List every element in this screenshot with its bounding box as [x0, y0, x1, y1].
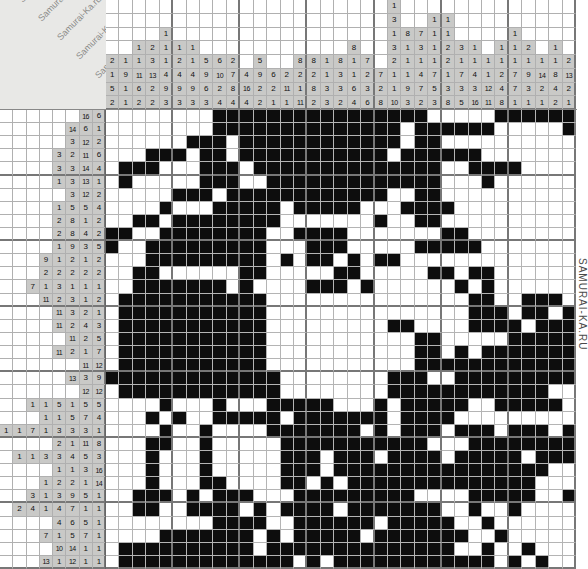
- grid-cell-r16-c18[interactable]: [334, 307, 347, 320]
- grid-cell-r17-c29[interactable]: [482, 320, 495, 333]
- grid-cell-r34-c17[interactable]: [321, 543, 334, 556]
- grid-cell-r20-c25[interactable]: [428, 359, 441, 372]
- grid-cell-r21-c21[interactable]: [375, 372, 388, 385]
- grid-cell-r34-c9[interactable]: [213, 543, 226, 556]
- grid-cell-r25-c30[interactable]: [495, 425, 508, 438]
- grid-cell-r10-c6[interactable]: [173, 228, 186, 241]
- grid-cell-r31-c1[interactable]: [106, 503, 119, 516]
- grid-cell-r15-c22[interactable]: [388, 294, 401, 307]
- grid-cell-r23-c35[interactable]: [563, 399, 576, 412]
- grid-cell-r3-c18[interactable]: [334, 136, 347, 149]
- grid-cell-r14-c1[interactable]: [106, 280, 119, 293]
- grid-cell-r33-c30[interactable]: [495, 530, 508, 543]
- grid-cell-r7-c21[interactable]: [375, 189, 388, 202]
- grid-cell-r28-c28[interactable]: [469, 464, 482, 477]
- grid-cell-r2-c20[interactable]: [361, 123, 374, 136]
- grid-cell-r17-c11[interactable]: [240, 320, 253, 333]
- grid-cell-r22-c13[interactable]: [267, 385, 280, 398]
- grid-cell-r16-c10[interactable]: [227, 307, 240, 320]
- grid-cell-r12-c23[interactable]: [401, 254, 414, 267]
- grid-cell-r31-c9[interactable]: [213, 503, 226, 516]
- grid-cell-r10-c8[interactable]: [200, 228, 213, 241]
- grid-cell-r31-c19[interactable]: [348, 503, 361, 516]
- grid-cell-r13-c1[interactable]: [106, 267, 119, 280]
- grid-cell-r34-c19[interactable]: [348, 543, 361, 556]
- grid-cell-r16-c33[interactable]: [536, 307, 549, 320]
- grid-cell-r12-c19[interactable]: [348, 254, 361, 267]
- grid-cell-r27-c33[interactable]: [536, 451, 549, 464]
- grid-cell-r10-c16[interactable]: [307, 228, 320, 241]
- grid-cell-r4-c31[interactable]: [509, 149, 522, 162]
- grid-cell-r9-c7[interactable]: [187, 215, 200, 228]
- grid-cell-r25-c20[interactable]: [361, 425, 374, 438]
- grid-cell-r24-c3[interactable]: [133, 412, 146, 425]
- grid-cell-r29-c24[interactable]: [415, 477, 428, 490]
- grid-cell-r6-c35[interactable]: [563, 176, 576, 189]
- grid-cell-r5-c18[interactable]: [334, 162, 347, 175]
- grid-cell-r25-c1[interactable]: [106, 425, 119, 438]
- grid-cell-r14-c14[interactable]: [281, 280, 294, 293]
- grid-cell-r21-c33[interactable]: [536, 372, 549, 385]
- grid-cell-r16-c17[interactable]: [321, 307, 334, 320]
- grid-cell-r15-c19[interactable]: [348, 294, 361, 307]
- grid-cell-r13-c14[interactable]: [281, 267, 294, 280]
- grid-cell-r4-c27[interactable]: [455, 149, 468, 162]
- grid-cell-r15-c18[interactable]: [334, 294, 347, 307]
- grid-cell-r33-c17[interactable]: [321, 530, 334, 543]
- grid-cell-r19-c28[interactable]: [469, 346, 482, 359]
- grid-cell-r35-c35[interactable]: [563, 556, 576, 569]
- grid-cell-r24-c32[interactable]: [522, 412, 535, 425]
- grid-cell-r26-c23[interactable]: [401, 438, 414, 451]
- grid-cell-r33-c20[interactable]: [361, 530, 374, 543]
- grid-cell-r10-c32[interactable]: [522, 228, 535, 241]
- grid-cell-r35-c31[interactable]: [509, 556, 522, 569]
- grid-cell-r17-c21[interactable]: [375, 320, 388, 333]
- grid-cell-r9-c18[interactable]: [334, 215, 347, 228]
- grid-cell-r23-c9[interactable]: [213, 399, 226, 412]
- grid-cell-r30-c28[interactable]: [469, 490, 482, 503]
- grid-cell-r31-c10[interactable]: [227, 503, 240, 516]
- grid-cell-r35-c4[interactable]: [146, 556, 159, 569]
- grid-cell-r17-c6[interactable]: [173, 320, 186, 333]
- grid-cell-r6-c7[interactable]: [187, 176, 200, 189]
- grid-cell-r2-c29[interactable]: [482, 123, 495, 136]
- grid-cell-r1-c18[interactable]: [334, 110, 347, 123]
- grid-cell-r5-c12[interactable]: [254, 162, 267, 175]
- grid-cell-r7-c20[interactable]: [361, 189, 374, 202]
- grid-cell-r17-c10[interactable]: [227, 320, 240, 333]
- grid-cell-r33-c18[interactable]: [334, 530, 347, 543]
- grid-cell-r30-c20[interactable]: [361, 490, 374, 503]
- grid-cell-r9-c15[interactable]: [294, 215, 307, 228]
- grid-cell-r34-c4[interactable]: [146, 543, 159, 556]
- grid-cell-r12-c15[interactable]: [294, 254, 307, 267]
- grid-cell-r20-c13[interactable]: [267, 359, 280, 372]
- grid-cell-r10-c30[interactable]: [495, 228, 508, 241]
- grid-cell-r34-c20[interactable]: [361, 543, 374, 556]
- grid-cell-r30-c7[interactable]: [187, 490, 200, 503]
- grid-cell-r22-c19[interactable]: [348, 385, 361, 398]
- grid-cell-r12-c28[interactable]: [469, 254, 482, 267]
- grid-cell-r31-c5[interactable]: [160, 503, 173, 516]
- grid-cell-r2-c12[interactable]: [254, 123, 267, 136]
- grid-cell-r35-c15[interactable]: [294, 556, 307, 569]
- grid-cell-r8-c31[interactable]: [509, 202, 522, 215]
- grid-cell-r31-c31[interactable]: [509, 503, 522, 516]
- grid-cell-r4-c35[interactable]: [563, 149, 576, 162]
- grid-cell-r3-c23[interactable]: [401, 136, 414, 149]
- grid-cell-r1-c31[interactable]: [509, 110, 522, 123]
- grid-cell-r18-c23[interactable]: [401, 333, 414, 346]
- grid-cell-r7-c23[interactable]: [401, 189, 414, 202]
- grid-cell-r24-c10[interactable]: [227, 412, 240, 425]
- grid-cell-r13-c22[interactable]: [388, 267, 401, 280]
- grid-cell-r25-c32[interactable]: [522, 425, 535, 438]
- grid-cell-r22-c3[interactable]: [133, 385, 146, 398]
- grid-cell-r4-c20[interactable]: [361, 149, 374, 162]
- grid-cell-r9-c3[interactable]: [133, 215, 146, 228]
- grid-cell-r34-c8[interactable]: [200, 543, 213, 556]
- grid-cell-r3-c5[interactable]: [160, 136, 173, 149]
- grid-cell-r21-c19[interactable]: [348, 372, 361, 385]
- grid-cell-r25-c4[interactable]: [146, 425, 159, 438]
- grid-cell-r16-c8[interactable]: [200, 307, 213, 320]
- grid-cell-r27-c26[interactable]: [442, 451, 455, 464]
- grid-cell-r26-c6[interactable]: [173, 438, 186, 451]
- grid-cell-r12-c9[interactable]: [213, 254, 226, 267]
- grid-cell-r16-c34[interactable]: [549, 307, 562, 320]
- grid-cell-r28-c16[interactable]: [307, 464, 320, 477]
- grid-cell-r22-c6[interactable]: [173, 385, 186, 398]
- grid-cell-r27-c17[interactable]: [321, 451, 334, 464]
- grid-cell-r32-c21[interactable]: [375, 517, 388, 530]
- grid-cell-r31-c30[interactable]: [495, 503, 508, 516]
- grid-cell-r26-c2[interactable]: [119, 438, 132, 451]
- grid-cell-r12-c21[interactable]: [375, 254, 388, 267]
- grid-cell-r18-c12[interactable]: [254, 333, 267, 346]
- grid-cell-r12-c31[interactable]: [509, 254, 522, 267]
- grid-cell-r29-c10[interactable]: [227, 477, 240, 490]
- grid-cell-r24-c14[interactable]: [281, 412, 294, 425]
- grid-cell-r34-c23[interactable]: [401, 543, 414, 556]
- grid-cell-r5-c27[interactable]: [455, 162, 468, 175]
- grid-cell-r8-c7[interactable]: [187, 202, 200, 215]
- grid-cell-r35-c14[interactable]: [281, 556, 294, 569]
- grid-cell-r15-c34[interactable]: [549, 294, 562, 307]
- grid-cell-r34-c12[interactable]: [254, 543, 267, 556]
- grid-cell-r29-c14[interactable]: [281, 477, 294, 490]
- grid-cell-r15-c9[interactable]: [213, 294, 226, 307]
- grid-cell-r32-c29[interactable]: [482, 517, 495, 530]
- grid-cell-r20-c20[interactable]: [361, 359, 374, 372]
- grid-cell-r33-c6[interactable]: [173, 530, 186, 543]
- grid-cell-r9-c17[interactable]: [321, 215, 334, 228]
- grid-cell-r14-c10[interactable]: [227, 280, 240, 293]
- grid-cell-r17-c9[interactable]: [213, 320, 226, 333]
- grid-cell-r25-c35[interactable]: [563, 425, 576, 438]
- grid-cell-r9-c13[interactable]: [267, 215, 280, 228]
- grid-cell-r5-c26[interactable]: [442, 162, 455, 175]
- grid-cell-r23-c21[interactable]: [375, 399, 388, 412]
- grid-cell-r14-c19[interactable]: [348, 280, 361, 293]
- grid-cell-r11-c10[interactable]: [227, 241, 240, 254]
- grid-cell-r24-c17[interactable]: [321, 412, 334, 425]
- grid-cell-r31-c29[interactable]: [482, 503, 495, 516]
- grid-cell-r6-c8[interactable]: [200, 176, 213, 189]
- grid-cell-r20-c10[interactable]: [227, 359, 240, 372]
- grid-cell-r33-c9[interactable]: [213, 530, 226, 543]
- grid-cell-r19-c21[interactable]: [375, 346, 388, 359]
- grid-cell-r16-c5[interactable]: [160, 307, 173, 320]
- grid-cell-r22-c24[interactable]: [415, 385, 428, 398]
- grid-cell-r21-c32[interactable]: [522, 372, 535, 385]
- grid-cell-r5-c3[interactable]: [133, 162, 146, 175]
- grid-cell-r34-c35[interactable]: [563, 543, 576, 556]
- grid-cell-r2-c13[interactable]: [267, 123, 280, 136]
- grid-cell-r33-c34[interactable]: [549, 530, 562, 543]
- grid-cell-r17-c7[interactable]: [187, 320, 200, 333]
- grid-cell-r9-c6[interactable]: [173, 215, 186, 228]
- grid-cell-r5-c6[interactable]: [173, 162, 186, 175]
- grid-cell-r14-c11[interactable]: [240, 280, 253, 293]
- grid-cell-r26-c12[interactable]: [254, 438, 267, 451]
- grid-cell-r18-c14[interactable]: [281, 333, 294, 346]
- grid-cell-r28-c15[interactable]: [294, 464, 307, 477]
- grid-cell-r11-c34[interactable]: [549, 241, 562, 254]
- grid-cell-r9-c19[interactable]: [348, 215, 361, 228]
- grid-cell-r25-c28[interactable]: [469, 425, 482, 438]
- grid-cell-r15-c26[interactable]: [442, 294, 455, 307]
- grid-cell-r12-c25[interactable]: [428, 254, 441, 267]
- grid-cell-r14-c29[interactable]: [482, 280, 495, 293]
- grid-cell-r18-c8[interactable]: [200, 333, 213, 346]
- grid-cell-r34-c24[interactable]: [415, 543, 428, 556]
- grid-cell-r20-c27[interactable]: [455, 359, 468, 372]
- grid-cell-r35-c16[interactable]: [307, 556, 320, 569]
- grid-cell-r21-c24[interactable]: [415, 372, 428, 385]
- grid-cell-r1-c15[interactable]: [294, 110, 307, 123]
- grid-cell-r15-c14[interactable]: [281, 294, 294, 307]
- grid-cell-r27-c1[interactable]: [106, 451, 119, 464]
- grid-cell-r27-c27[interactable]: [455, 451, 468, 464]
- grid-cell-r25-c22[interactable]: [388, 425, 401, 438]
- grid-cell-r15-c4[interactable]: [146, 294, 159, 307]
- grid-cell-r34-c29[interactable]: [482, 543, 495, 556]
- grid-cell-r15-c7[interactable]: [187, 294, 200, 307]
- grid-cell-r9-c12[interactable]: [254, 215, 267, 228]
- grid-cell-r33-c13[interactable]: [267, 530, 280, 543]
- grid-cell-r24-c30[interactable]: [495, 412, 508, 425]
- grid-cell-r3-c13[interactable]: [267, 136, 280, 149]
- grid-cell-r34-c27[interactable]: [455, 543, 468, 556]
- grid-cell-r30-c4[interactable]: [146, 490, 159, 503]
- grid-cell-r23-c23[interactable]: [401, 399, 414, 412]
- grid-cell-r26-c7[interactable]: [187, 438, 200, 451]
- grid-cell-r17-c28[interactable]: [469, 320, 482, 333]
- grid-cell-r20-c35[interactable]: [563, 359, 576, 372]
- grid-cell-r11-c17[interactable]: [321, 241, 334, 254]
- grid-cell-r20-c2[interactable]: [119, 359, 132, 372]
- grid-cell-r9-c2[interactable]: [119, 215, 132, 228]
- grid-cell-r14-c31[interactable]: [509, 280, 522, 293]
- grid-cell-r35-c1[interactable]: [106, 556, 119, 569]
- grid-cell-r8-c20[interactable]: [361, 202, 374, 215]
- grid-cell-r15-c16[interactable]: [307, 294, 320, 307]
- grid-cell-r10-c23[interactable]: [401, 228, 414, 241]
- grid-cell-r23-c24[interactable]: [415, 399, 428, 412]
- grid-cell-r15-c17[interactable]: [321, 294, 334, 307]
- grid-cell-r10-c3[interactable]: [133, 228, 146, 241]
- grid-cell-r21-c35[interactable]: [563, 372, 576, 385]
- grid-cell-r21-c1[interactable]: [106, 372, 119, 385]
- grid-cell-r12-c3[interactable]: [133, 254, 146, 267]
- grid-cell-r2-c28[interactable]: [469, 123, 482, 136]
- grid-cell-r17-c20[interactable]: [361, 320, 374, 333]
- grid-cell-r31-c26[interactable]: [442, 503, 455, 516]
- grid-cell-r32-c33[interactable]: [536, 517, 549, 530]
- grid-cell-r4-c14[interactable]: [281, 149, 294, 162]
- grid-cell-r3-c1[interactable]: [106, 136, 119, 149]
- grid-cell-r27-c29[interactable]: [482, 451, 495, 464]
- grid-cell-r31-c7[interactable]: [187, 503, 200, 516]
- grid-cell-r35-c19[interactable]: [348, 556, 361, 569]
- grid-cell-r35-c11[interactable]: [240, 556, 253, 569]
- grid-cell-r28-c27[interactable]: [455, 464, 468, 477]
- grid-cell-r9-c9[interactable]: [213, 215, 226, 228]
- grid-cell-r24-c16[interactable]: [307, 412, 320, 425]
- grid-cell-r13-c31[interactable]: [509, 267, 522, 280]
- grid-cell-r12-c5[interactable]: [160, 254, 173, 267]
- grid-cell-r27-c14[interactable]: [281, 451, 294, 464]
- grid-cell-r2-c24[interactable]: [415, 123, 428, 136]
- grid-cell-r29-c8[interactable]: [200, 477, 213, 490]
- grid-cell-r12-c14[interactable]: [281, 254, 294, 267]
- grid-cell-r18-c13[interactable]: [267, 333, 280, 346]
- grid-cell-r2-c3[interactable]: [133, 123, 146, 136]
- grid-cell-r26-c14[interactable]: [281, 438, 294, 451]
- grid-cell-r34-c1[interactable]: [106, 543, 119, 556]
- grid-cell-r6-c33[interactable]: [536, 176, 549, 189]
- grid-cell-r1-c24[interactable]: [415, 110, 428, 123]
- grid-cell-r3-c33[interactable]: [536, 136, 549, 149]
- grid-cell-r18-c33[interactable]: [536, 333, 549, 346]
- grid-cell-r35-c22[interactable]: [388, 556, 401, 569]
- grid-cell-r20-c9[interactable]: [213, 359, 226, 372]
- grid-cell-r2-c8[interactable]: [200, 123, 213, 136]
- grid-cell-r6-c2[interactable]: [119, 176, 132, 189]
- grid-cell-r28-c22[interactable]: [388, 464, 401, 477]
- grid-cell-r20-c18[interactable]: [334, 359, 347, 372]
- grid-cell-r28-c21[interactable]: [375, 464, 388, 477]
- grid-cell-r31-c15[interactable]: [294, 503, 307, 516]
- grid-cell-r4-c26[interactable]: [442, 149, 455, 162]
- grid-cell-r19-c34[interactable]: [549, 346, 562, 359]
- grid-cell-r28-c7[interactable]: [187, 464, 200, 477]
- grid-cell-r18-c27[interactable]: [455, 333, 468, 346]
- grid-cell-r12-c11[interactable]: [240, 254, 253, 267]
- grid-cell-r8-c6[interactable]: [173, 202, 186, 215]
- grid-cell-r13-c15[interactable]: [294, 267, 307, 280]
- grid-cell-r31-c27[interactable]: [455, 503, 468, 516]
- grid-cell-r24-c28[interactable]: [469, 412, 482, 425]
- grid-cell-r20-c6[interactable]: [173, 359, 186, 372]
- grid-cell-r2-c21[interactable]: [375, 123, 388, 136]
- grid-cell-r8-c9[interactable]: [213, 202, 226, 215]
- grid-cell-r27-c4[interactable]: [146, 451, 159, 464]
- grid-cell-r6-c12[interactable]: [254, 176, 267, 189]
- grid-cell-r25-c24[interactable]: [415, 425, 428, 438]
- grid-cell-r25-c5[interactable]: [160, 425, 173, 438]
- grid-cell-r24-c6[interactable]: [173, 412, 186, 425]
- grid-cell-r35-c17[interactable]: [321, 556, 334, 569]
- grid-cell-r5-c1[interactable]: [106, 162, 119, 175]
- grid-cell-r23-c25[interactable]: [428, 399, 441, 412]
- grid-cell-r9-c4[interactable]: [146, 215, 159, 228]
- grid-cell-r22-c26[interactable]: [442, 385, 455, 398]
- grid-cell-r4-c11[interactable]: [240, 149, 253, 162]
- grid-cell-r34-c22[interactable]: [388, 543, 401, 556]
- grid-cell-r23-c33[interactable]: [536, 399, 549, 412]
- grid-cell-r7-c11[interactable]: [240, 189, 253, 202]
- grid-cell-r2-c4[interactable]: [146, 123, 159, 136]
- grid-cell-r27-c21[interactable]: [375, 451, 388, 464]
- grid-cell-r7-c25[interactable]: [428, 189, 441, 202]
- grid-cell-r5-c32[interactable]: [522, 162, 535, 175]
- grid-cell-r2-c15[interactable]: [294, 123, 307, 136]
- grid-cell-r34-c16[interactable]: [307, 543, 320, 556]
- grid-cell-r2-c27[interactable]: [455, 123, 468, 136]
- grid-cell-r26-c10[interactable]: [227, 438, 240, 451]
- grid-cell-r23-c8[interactable]: [200, 399, 213, 412]
- grid-cell-r16-c20[interactable]: [361, 307, 374, 320]
- grid-cell-r1-c8[interactable]: [200, 110, 213, 123]
- grid-cell-r7-c18[interactable]: [334, 189, 347, 202]
- grid-cell-r17-c27[interactable]: [455, 320, 468, 333]
- grid-cell-r9-c28[interactable]: [469, 215, 482, 228]
- grid-cell-r28-c18[interactable]: [334, 464, 347, 477]
- grid-cell-r4-c6[interactable]: [173, 149, 186, 162]
- grid-cell-r4-c7[interactable]: [187, 149, 200, 162]
- grid-cell-r10-c4[interactable]: [146, 228, 159, 241]
- grid-cell-r33-c11[interactable]: [240, 530, 253, 543]
- grid-cell-r11-c1[interactable]: [106, 241, 119, 254]
- grid-cell-r13-c32[interactable]: [522, 267, 535, 280]
- grid-cell-r18-c17[interactable]: [321, 333, 334, 346]
- grid-cell-r8-c2[interactable]: [119, 202, 132, 215]
- grid-cell-r32-c18[interactable]: [334, 517, 347, 530]
- grid-cell-r3-c4[interactable]: [146, 136, 159, 149]
- grid-cell-r28-c30[interactable]: [495, 464, 508, 477]
- grid-cell-r27-c35[interactable]: [563, 451, 576, 464]
- grid-cell-r21-c29[interactable]: [482, 372, 495, 385]
- grid-cell-r8-c25[interactable]: [428, 202, 441, 215]
- grid-cell-r25-c2[interactable]: [119, 425, 132, 438]
- grid-cell-r27-c23[interactable]: [401, 451, 414, 464]
- grid-cell-r29-c12[interactable]: [254, 477, 267, 490]
- grid-cell-r21-c7[interactable]: [187, 372, 200, 385]
- grid-cell-r27-c34[interactable]: [549, 451, 562, 464]
- grid-cell-r17-c33[interactable]: [536, 320, 549, 333]
- grid-cell-r5-c13[interactable]: [267, 162, 280, 175]
- grid-cell-r17-c8[interactable]: [200, 320, 213, 333]
- grid-cell-r19-c30[interactable]: [495, 346, 508, 359]
- grid-cell-r26-c11[interactable]: [240, 438, 253, 451]
- grid-cell-r25-c27[interactable]: [455, 425, 468, 438]
- grid-cell-r30-c35[interactable]: [563, 490, 576, 503]
- grid-cell-r11-c15[interactable]: [294, 241, 307, 254]
- grid-cell-r26-c18[interactable]: [334, 438, 347, 451]
